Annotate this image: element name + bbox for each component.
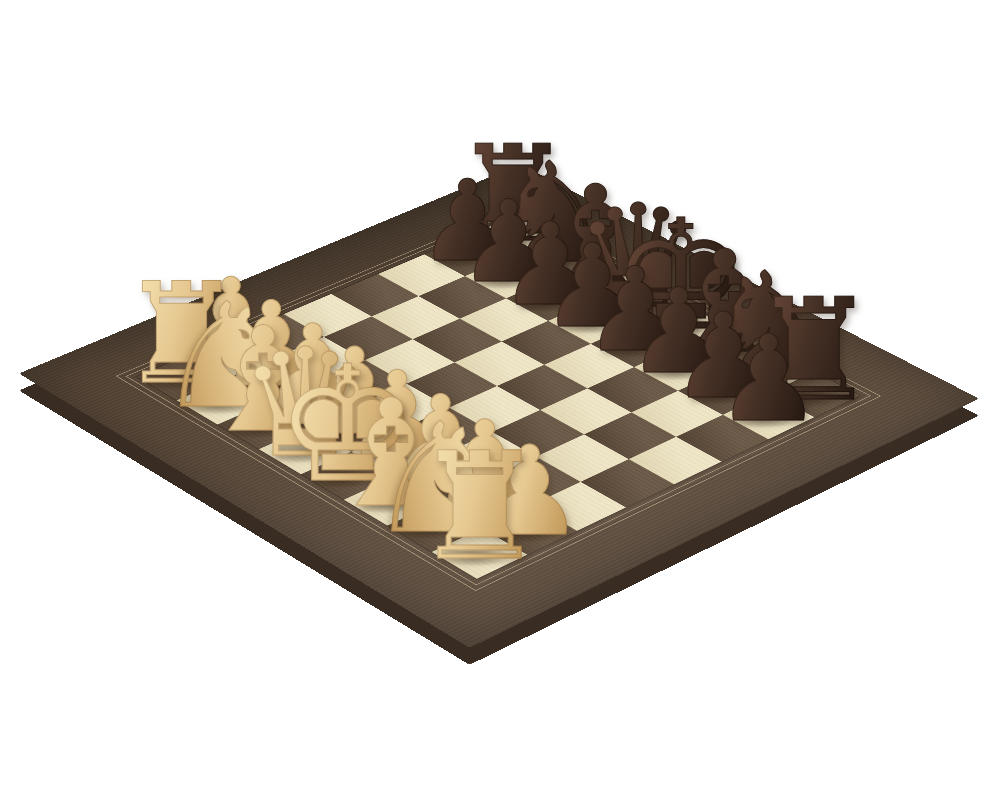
chess-board: [19, 164, 979, 648]
chess-set-photo: ♜♞♝♛♚♝♞♜♟♟♟♟♟♟♟♟♟♟♟♟♟♟♟♟♜♞♝♛♚♝♞♜: [0, 0, 1000, 800]
